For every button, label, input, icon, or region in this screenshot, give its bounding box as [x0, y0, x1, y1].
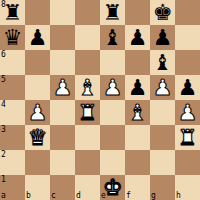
square-d4[interactable]: ♜ [75, 100, 100, 125]
square-f6[interactable] [125, 50, 150, 75]
square-g1[interactable]: g [150, 175, 175, 200]
piece-black-queen[interactable]: ♛ [3, 25, 23, 50]
square-e3[interactable] [100, 125, 125, 150]
piece-white-bishop[interactable]: ♝ [78, 75, 98, 100]
square-a2[interactable]: 2 [0, 150, 25, 175]
piece-white-pawn[interactable]: ♟ [28, 100, 48, 125]
piece-white-rook[interactable]: ♜ [178, 125, 198, 150]
rank-label-3: 3 [1, 125, 6, 134]
square-d5[interactable]: ♝ [75, 75, 100, 100]
square-a3[interactable]: 3 [0, 125, 25, 150]
square-a6[interactable]: 6 [0, 50, 25, 75]
chess-board: 8♜♜♚♛♟♝♟♟6♝5♟♝♟♟♟♟4♟♜♝♟3♛♜21abcde♚fgh [0, 0, 200, 200]
piece-white-bishop[interactable]: ♝ [128, 100, 148, 125]
square-a7[interactable]: ♛ [0, 25, 25, 50]
square-h2[interactable] [175, 150, 200, 175]
square-b1[interactable]: b [25, 175, 50, 200]
square-c1[interactable]: c [50, 175, 75, 200]
square-e1[interactable]: e♚ [100, 175, 125, 200]
piece-black-pawn[interactable]: ♟ [128, 25, 148, 50]
square-b8[interactable] [25, 0, 50, 25]
square-b5[interactable] [25, 75, 50, 100]
piece-white-king[interactable]: ♚ [103, 175, 123, 200]
square-c6[interactable] [50, 50, 75, 75]
piece-white-rook[interactable]: ♜ [78, 100, 98, 125]
rank-label-5: 5 [1, 75, 6, 84]
square-f1[interactable]: f [125, 175, 150, 200]
piece-black-bishop[interactable]: ♝ [153, 50, 173, 75]
square-c5[interactable]: ♟ [50, 75, 75, 100]
square-b3[interactable]: ♛ [25, 125, 50, 150]
square-e4[interactable] [100, 100, 125, 125]
square-d2[interactable] [75, 150, 100, 175]
square-c8[interactable] [50, 0, 75, 25]
square-d6[interactable] [75, 50, 100, 75]
piece-white-pawn[interactable]: ♟ [103, 75, 123, 100]
square-h8[interactable] [175, 0, 200, 25]
square-g2[interactable] [150, 150, 175, 175]
rank-label-4: 4 [1, 100, 6, 109]
square-f3[interactable] [125, 125, 150, 150]
square-b7[interactable]: ♟ [25, 25, 50, 50]
square-b4[interactable]: ♟ [25, 100, 50, 125]
file-label-c: c [51, 191, 56, 200]
square-h3[interactable]: ♜ [175, 125, 200, 150]
square-e5[interactable]: ♟ [100, 75, 125, 100]
square-f5[interactable]: ♟ [125, 75, 150, 100]
square-e7[interactable]: ♝ [100, 25, 125, 50]
piece-black-rook[interactable]: ♜ [103, 0, 123, 25]
square-h6[interactable] [175, 50, 200, 75]
square-a8[interactable]: 8♜ [0, 0, 25, 25]
rank-label-2: 2 [1, 150, 6, 159]
square-d8[interactable] [75, 0, 100, 25]
square-g7[interactable]: ♟ [150, 25, 175, 50]
piece-black-pawn[interactable]: ♟ [128, 75, 148, 100]
square-d7[interactable] [75, 25, 100, 50]
square-a4[interactable]: 4 [0, 100, 25, 125]
piece-black-pawn[interactable]: ♟ [153, 25, 173, 50]
square-e8[interactable]: ♜ [100, 0, 125, 25]
square-c3[interactable] [50, 125, 75, 150]
square-g4[interactable] [150, 100, 175, 125]
square-e2[interactable] [100, 150, 125, 175]
square-g3[interactable] [150, 125, 175, 150]
file-label-b: b [26, 191, 31, 200]
square-h4[interactable]: ♟ [175, 100, 200, 125]
square-f2[interactable] [125, 150, 150, 175]
piece-black-bishop[interactable]: ♝ [103, 25, 123, 50]
file-label-d: d [76, 191, 81, 200]
piece-black-rook[interactable]: ♜ [3, 0, 23, 25]
square-a5[interactable]: 5 [0, 75, 25, 100]
square-e6[interactable] [100, 50, 125, 75]
square-a1[interactable]: 1a [0, 175, 25, 200]
rank-label-1: 1 [1, 175, 6, 184]
piece-black-king[interactable]: ♚ [153, 0, 173, 25]
piece-white-pawn[interactable]: ♟ [53, 75, 73, 100]
square-b6[interactable] [25, 50, 50, 75]
square-h5[interactable]: ♟ [175, 75, 200, 100]
piece-white-pawn[interactable]: ♟ [153, 75, 173, 100]
square-f4[interactable]: ♝ [125, 100, 150, 125]
file-label-a: a [1, 191, 6, 200]
square-g5[interactable]: ♟ [150, 75, 175, 100]
square-d3[interactable] [75, 125, 100, 150]
piece-white-queen[interactable]: ♛ [28, 125, 48, 150]
square-f8[interactable] [125, 0, 150, 25]
square-d1[interactable]: d [75, 175, 100, 200]
piece-black-pawn[interactable]: ♟ [28, 25, 48, 50]
square-h7[interactable] [175, 25, 200, 50]
file-label-h: h [176, 191, 181, 200]
file-label-g: g [151, 191, 156, 200]
square-g6[interactable]: ♝ [150, 50, 175, 75]
square-b2[interactable] [25, 150, 50, 175]
square-f7[interactable]: ♟ [125, 25, 150, 50]
square-c2[interactable] [50, 150, 75, 175]
rank-label-6: 6 [1, 50, 6, 59]
piece-black-pawn[interactable]: ♟ [178, 75, 198, 100]
square-c7[interactable] [50, 25, 75, 50]
piece-white-pawn[interactable]: ♟ [178, 100, 198, 125]
file-label-f: f [126, 191, 131, 200]
square-h1[interactable]: h [175, 175, 200, 200]
square-c4[interactable] [50, 100, 75, 125]
square-g8[interactable]: ♚ [150, 0, 175, 25]
